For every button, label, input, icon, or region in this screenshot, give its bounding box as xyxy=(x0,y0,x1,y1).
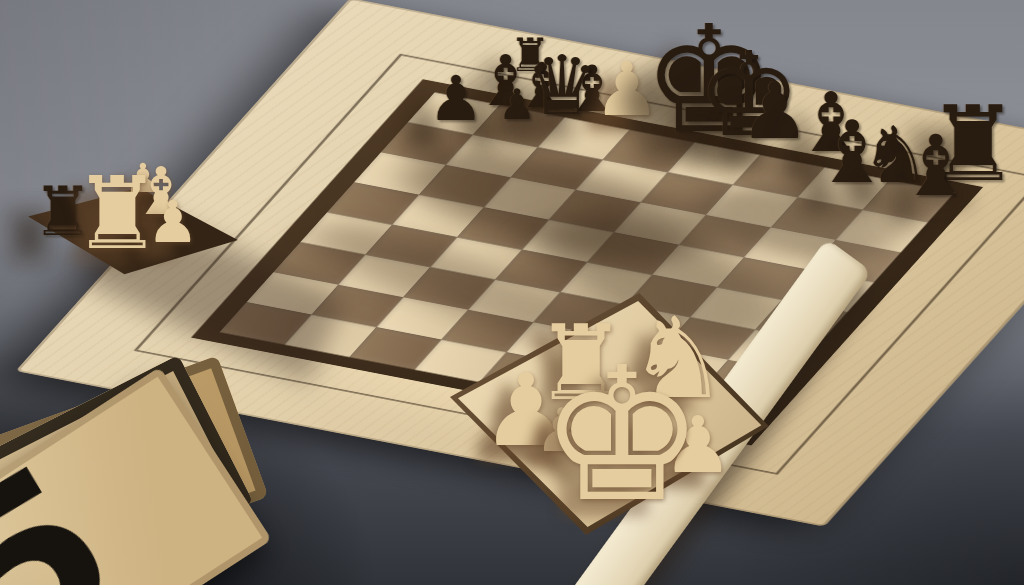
piece-light-king[interactable]: ♚ xyxy=(539,343,705,528)
chess-scene: 5 ♟♝♜♟♝♛♝♟♚♚♟♝♝♞♝♜♜♜♟♝♟♟♟♜♚♞♟ xyxy=(0,0,1024,585)
pieces-layer: ♟♝♜♟♝♛♝♟♚♚♟♝♝♞♝♜♜♜♟♝♟♟♟♜♚♞♟ xyxy=(0,0,1024,585)
piece-dark-bishop[interactable]: ♝ xyxy=(898,124,973,208)
piece-dark-pawn[interactable]: ♟ xyxy=(428,68,484,130)
piece-dark-queen[interactable]: ♛ xyxy=(525,45,599,127)
piece-light-rook[interactable]: ♜ xyxy=(72,164,162,264)
